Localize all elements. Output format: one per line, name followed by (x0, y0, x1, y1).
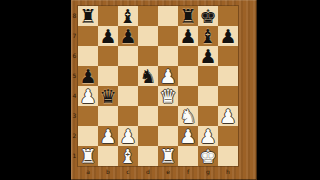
square-e1[interactable]: ♜ (158, 146, 178, 166)
square-a6[interactable] (78, 46, 98, 66)
square-f2[interactable]: ♟ (178, 126, 198, 146)
square-c2[interactable]: ♟ (118, 126, 138, 146)
black-knight-d5[interactable]: ♞ (138, 66, 158, 86)
file-label-h: h (218, 168, 238, 176)
square-f5[interactable] (178, 66, 198, 86)
square-d1[interactable] (138, 146, 158, 166)
square-b6[interactable] (98, 46, 118, 66)
black-pawn-b7[interactable]: ♟ (98, 26, 118, 46)
square-h8[interactable] (218, 6, 238, 26)
rank-label-2: 2 (71, 132, 78, 140)
white-knight-f3[interactable]: ♞ (178, 106, 198, 126)
square-h7[interactable]: ♟ (218, 26, 238, 46)
black-pawn-g6[interactable]: ♟ (198, 46, 218, 66)
white-pawn-h3[interactable]: ♟ (218, 106, 238, 126)
rank-label-8: 8 (71, 12, 78, 20)
white-rook-a1[interactable]: ♜ (78, 146, 98, 166)
white-pawn-a4[interactable]: ♟ (78, 86, 98, 106)
black-bishop-c8[interactable]: ♝ (118, 6, 138, 26)
square-e7[interactable] (158, 26, 178, 46)
white-bishop-c1[interactable]: ♝ (118, 146, 138, 166)
square-d6[interactable] (138, 46, 158, 66)
square-d8[interactable] (138, 6, 158, 26)
square-e4[interactable]: ♛ (158, 86, 178, 106)
rank-label-5: 5 (71, 72, 78, 80)
file-label-d: d (138, 168, 158, 176)
square-g7[interactable]: ♝ (198, 26, 218, 46)
square-b1[interactable] (98, 146, 118, 166)
file-label-g: g (198, 168, 218, 176)
square-g8[interactable]: ♚ (198, 6, 218, 26)
square-a7[interactable] (78, 26, 98, 46)
white-king-g1[interactable]: ♚ (198, 146, 218, 166)
square-b4[interactable]: ♛ (98, 86, 118, 106)
white-rook-e1[interactable]: ♜ (158, 146, 178, 166)
file-label-f: f (178, 168, 198, 176)
black-rook-f8[interactable]: ♜ (178, 6, 198, 26)
square-f1[interactable] (178, 146, 198, 166)
square-a1[interactable]: ♜ (78, 146, 98, 166)
square-a4[interactable]: ♟ (78, 86, 98, 106)
square-b2[interactable]: ♟ (98, 126, 118, 146)
square-h4[interactable] (218, 86, 238, 106)
square-c3[interactable] (118, 106, 138, 126)
square-d3[interactable] (138, 106, 158, 126)
white-pawn-e5[interactable]: ♟ (158, 66, 178, 86)
file-label-a: a (78, 168, 98, 176)
white-pawn-b2[interactable]: ♟ (98, 126, 118, 146)
square-g6[interactable]: ♟ (198, 46, 218, 66)
square-b7[interactable]: ♟ (98, 26, 118, 46)
black-pawn-h7[interactable]: ♟ (218, 26, 238, 46)
square-g2[interactable]: ♟ (198, 126, 218, 146)
square-d4[interactable] (138, 86, 158, 106)
white-pawn-g2[interactable]: ♟ (198, 126, 218, 146)
square-e5[interactable]: ♟ (158, 66, 178, 86)
square-f6[interactable] (178, 46, 198, 66)
square-a8[interactable]: ♜ (78, 6, 98, 26)
square-d5[interactable]: ♞ (138, 66, 158, 86)
square-a5[interactable]: ♟ (78, 66, 98, 86)
square-g1[interactable]: ♚ (198, 146, 218, 166)
square-f3[interactable]: ♞ (178, 106, 198, 126)
square-c1[interactable]: ♝ (118, 146, 138, 166)
white-pawn-c2[interactable]: ♟ (118, 126, 138, 146)
rank-label-7: 7 (71, 32, 78, 40)
square-f8[interactable]: ♜ (178, 6, 198, 26)
black-queen-b4[interactable]: ♛ (98, 86, 118, 106)
square-a3[interactable] (78, 106, 98, 126)
square-f7[interactable]: ♟ (178, 26, 198, 46)
rank-label-4: 4 (71, 92, 78, 100)
video-frame: ♜♝♜♚♟♟♟♝♟♟♟♞♟♟♛♛♞♟♟♟♟♟♜♝♜♚ abcdefgh87654… (0, 0, 320, 180)
file-label-c: c (118, 168, 138, 176)
square-e8[interactable] (158, 6, 178, 26)
square-c7[interactable]: ♟ (118, 26, 138, 46)
black-pawn-a5[interactable]: ♟ (78, 66, 98, 86)
square-g3[interactable] (198, 106, 218, 126)
square-c5[interactable] (118, 66, 138, 86)
rank-label-6: 6 (71, 52, 78, 60)
file-label-b: b (98, 168, 118, 176)
square-a2[interactable] (78, 126, 98, 146)
square-b8[interactable] (98, 6, 118, 26)
square-f4[interactable] (178, 86, 198, 106)
square-g4[interactable] (198, 86, 218, 106)
square-e2[interactable] (158, 126, 178, 146)
rank-label-3: 3 (71, 112, 78, 120)
file-label-e: e (158, 168, 178, 176)
square-h3[interactable]: ♟ (218, 106, 238, 126)
square-e6[interactable] (158, 46, 178, 66)
white-queen-e4[interactable]: ♛ (158, 86, 178, 106)
square-h2[interactable] (218, 126, 238, 146)
black-king-g8[interactable]: ♚ (198, 6, 218, 26)
square-h1[interactable] (218, 146, 238, 166)
chess-board-frame: ♜♝♜♚♟♟♟♝♟♟♟♞♟♟♛♛♞♟♟♟♟♟♜♝♜♚ abcdefgh87654… (71, 0, 257, 180)
square-b5[interactable] (98, 66, 118, 86)
chess-board[interactable]: ♜♝♜♚♟♟♟♝♟♟♟♞♟♟♛♛♞♟♟♟♟♟♜♝♜♚ (78, 6, 238, 166)
black-pawn-f7[interactable]: ♟ (178, 26, 198, 46)
square-c4[interactable] (118, 86, 138, 106)
white-pawn-f2[interactable]: ♟ (178, 126, 198, 146)
black-bishop-g7[interactable]: ♝ (198, 26, 218, 46)
square-g5[interactable] (198, 66, 218, 86)
square-d2[interactable] (138, 126, 158, 146)
square-h5[interactable] (218, 66, 238, 86)
square-c6[interactable] (118, 46, 138, 66)
black-pawn-c7[interactable]: ♟ (118, 26, 138, 46)
square-b3[interactable] (98, 106, 118, 126)
square-h6[interactable] (218, 46, 238, 66)
square-e3[interactable] (158, 106, 178, 126)
square-c8[interactable]: ♝ (118, 6, 138, 26)
black-rook-a8[interactable]: ♜ (78, 6, 98, 26)
rank-label-1: 1 (71, 152, 78, 160)
square-d7[interactable] (138, 26, 158, 46)
